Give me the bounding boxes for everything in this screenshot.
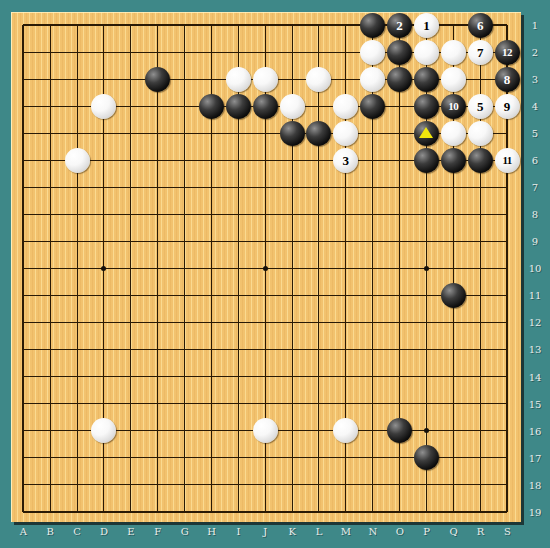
intersection-H1[interactable] bbox=[198, 12, 225, 39]
intersection-S17[interactable] bbox=[494, 444, 521, 471]
intersection-G17[interactable] bbox=[171, 444, 198, 471]
intersection-O3[interactable] bbox=[386, 66, 413, 93]
intersection-S3[interactable]: 8 bbox=[494, 66, 521, 93]
intersection-E14[interactable] bbox=[117, 363, 144, 390]
intersection-M9[interactable] bbox=[332, 228, 359, 255]
intersection-F18[interactable] bbox=[144, 471, 171, 498]
intersection-B18[interactable] bbox=[37, 471, 64, 498]
intersection-K12[interactable] bbox=[279, 309, 306, 336]
intersection-O9[interactable] bbox=[386, 228, 413, 255]
intersection-N8[interactable] bbox=[359, 201, 386, 228]
intersection-A17[interactable] bbox=[10, 444, 37, 471]
intersection-H10[interactable] bbox=[198, 255, 225, 282]
intersection-C14[interactable] bbox=[64, 363, 91, 390]
intersection-C8[interactable] bbox=[64, 201, 91, 228]
intersection-A11[interactable] bbox=[10, 282, 37, 309]
intersection-F1[interactable] bbox=[144, 12, 171, 39]
intersection-E13[interactable] bbox=[117, 336, 144, 363]
intersection-Q10[interactable] bbox=[440, 255, 467, 282]
intersection-J11[interactable] bbox=[252, 282, 279, 309]
intersection-R3[interactable] bbox=[467, 66, 494, 93]
intersection-J12[interactable] bbox=[252, 309, 279, 336]
intersection-E8[interactable] bbox=[117, 201, 144, 228]
intersection-Q3[interactable] bbox=[440, 66, 467, 93]
intersection-B1[interactable] bbox=[37, 12, 64, 39]
intersection-C19[interactable] bbox=[64, 498, 91, 525]
intersection-H13[interactable] bbox=[198, 336, 225, 363]
intersection-R17[interactable] bbox=[467, 444, 494, 471]
intersection-D12[interactable] bbox=[91, 309, 118, 336]
intersection-N14[interactable] bbox=[359, 363, 386, 390]
intersection-G19[interactable] bbox=[171, 498, 198, 525]
intersection-F14[interactable] bbox=[144, 363, 171, 390]
intersection-E10[interactable] bbox=[117, 255, 144, 282]
intersection-H6[interactable] bbox=[198, 147, 225, 174]
intersection-J18[interactable] bbox=[252, 471, 279, 498]
intersection-R16[interactable] bbox=[467, 417, 494, 444]
intersection-H8[interactable] bbox=[198, 201, 225, 228]
intersection-J17[interactable] bbox=[252, 444, 279, 471]
intersection-J7[interactable] bbox=[252, 174, 279, 201]
intersection-P3[interactable] bbox=[413, 66, 440, 93]
intersection-Q15[interactable] bbox=[440, 390, 467, 417]
intersection-D2[interactable] bbox=[91, 39, 118, 66]
intersection-M12[interactable] bbox=[332, 309, 359, 336]
intersection-P19[interactable] bbox=[413, 498, 440, 525]
intersection-K6[interactable] bbox=[279, 147, 306, 174]
intersection-L6[interactable] bbox=[306, 147, 333, 174]
intersection-F3[interactable] bbox=[144, 66, 171, 93]
intersection-B17[interactable] bbox=[37, 444, 64, 471]
intersection-A19[interactable] bbox=[10, 498, 37, 525]
intersection-H4[interactable] bbox=[198, 93, 225, 120]
intersection-K10[interactable] bbox=[279, 255, 306, 282]
intersection-A7[interactable] bbox=[10, 174, 37, 201]
intersection-A8[interactable] bbox=[10, 201, 37, 228]
intersection-Q2[interactable] bbox=[440, 39, 467, 66]
intersection-I3[interactable] bbox=[225, 66, 252, 93]
intersection-G13[interactable] bbox=[171, 336, 198, 363]
intersection-J4[interactable] bbox=[252, 93, 279, 120]
intersection-I2[interactable] bbox=[225, 39, 252, 66]
intersection-Q4[interactable]: 10 bbox=[440, 93, 467, 120]
intersection-L18[interactable] bbox=[306, 471, 333, 498]
intersection-D11[interactable] bbox=[91, 282, 118, 309]
intersection-M10[interactable] bbox=[332, 255, 359, 282]
intersection-E16[interactable] bbox=[117, 417, 144, 444]
intersection-M5[interactable] bbox=[332, 120, 359, 147]
intersection-C10[interactable] bbox=[64, 255, 91, 282]
intersection-M6[interactable]: 3 bbox=[332, 147, 359, 174]
intersection-Q16[interactable] bbox=[440, 417, 467, 444]
intersection-N10[interactable] bbox=[359, 255, 386, 282]
intersection-Q11[interactable] bbox=[440, 282, 467, 309]
intersection-M13[interactable] bbox=[332, 336, 359, 363]
intersection-E1[interactable] bbox=[117, 12, 144, 39]
intersection-G3[interactable] bbox=[171, 66, 198, 93]
intersection-N9[interactable] bbox=[359, 228, 386, 255]
intersection-C12[interactable] bbox=[64, 309, 91, 336]
intersection-O7[interactable] bbox=[386, 174, 413, 201]
intersection-J5[interactable] bbox=[252, 120, 279, 147]
intersection-B13[interactable] bbox=[37, 336, 64, 363]
intersection-I17[interactable] bbox=[225, 444, 252, 471]
intersection-L14[interactable] bbox=[306, 363, 333, 390]
intersection-Q9[interactable] bbox=[440, 228, 467, 255]
intersection-L1[interactable] bbox=[306, 12, 333, 39]
intersection-A14[interactable] bbox=[10, 363, 37, 390]
intersection-P17[interactable] bbox=[413, 444, 440, 471]
intersection-F12[interactable] bbox=[144, 309, 171, 336]
intersection-B15[interactable] bbox=[37, 390, 64, 417]
intersection-D16[interactable] bbox=[91, 417, 118, 444]
intersection-B12[interactable] bbox=[37, 309, 64, 336]
intersection-P8[interactable] bbox=[413, 201, 440, 228]
intersection-D1[interactable] bbox=[91, 12, 118, 39]
intersection-M1[interactable] bbox=[332, 12, 359, 39]
intersection-G9[interactable] bbox=[171, 228, 198, 255]
intersection-I7[interactable] bbox=[225, 174, 252, 201]
intersection-B6[interactable] bbox=[37, 147, 64, 174]
intersection-H15[interactable] bbox=[198, 390, 225, 417]
intersection-Q13[interactable] bbox=[440, 336, 467, 363]
intersection-S12[interactable] bbox=[494, 309, 521, 336]
intersection-Q14[interactable] bbox=[440, 363, 467, 390]
intersection-G7[interactable] bbox=[171, 174, 198, 201]
intersection-C16[interactable] bbox=[64, 417, 91, 444]
intersection-G4[interactable] bbox=[171, 93, 198, 120]
intersection-N5[interactable] bbox=[359, 120, 386, 147]
intersection-N15[interactable] bbox=[359, 390, 386, 417]
intersection-L12[interactable] bbox=[306, 309, 333, 336]
intersection-J9[interactable] bbox=[252, 228, 279, 255]
intersection-I12[interactable] bbox=[225, 309, 252, 336]
intersection-N1[interactable] bbox=[359, 12, 386, 39]
intersection-A2[interactable] bbox=[10, 39, 37, 66]
intersection-D17[interactable] bbox=[91, 444, 118, 471]
intersection-J14[interactable] bbox=[252, 363, 279, 390]
intersection-E2[interactable] bbox=[117, 39, 144, 66]
intersection-M11[interactable] bbox=[332, 282, 359, 309]
intersection-K18[interactable] bbox=[279, 471, 306, 498]
intersection-R4[interactable]: 5 bbox=[467, 93, 494, 120]
intersection-M16[interactable] bbox=[332, 417, 359, 444]
intersection-M2[interactable] bbox=[332, 39, 359, 66]
intersection-A6[interactable] bbox=[10, 147, 37, 174]
intersection-C5[interactable] bbox=[64, 120, 91, 147]
intersection-E7[interactable] bbox=[117, 174, 144, 201]
intersection-M4[interactable] bbox=[332, 93, 359, 120]
intersection-J3[interactable] bbox=[252, 66, 279, 93]
intersection-I18[interactable] bbox=[225, 471, 252, 498]
intersection-D19[interactable] bbox=[91, 498, 118, 525]
intersection-B14[interactable] bbox=[37, 363, 64, 390]
intersection-Q7[interactable] bbox=[440, 174, 467, 201]
intersection-S15[interactable] bbox=[494, 390, 521, 417]
intersection-E4[interactable] bbox=[117, 93, 144, 120]
intersection-N13[interactable] bbox=[359, 336, 386, 363]
intersection-A3[interactable] bbox=[10, 66, 37, 93]
intersection-G14[interactable] bbox=[171, 363, 198, 390]
intersection-E5[interactable] bbox=[117, 120, 144, 147]
intersection-O13[interactable] bbox=[386, 336, 413, 363]
intersection-P10[interactable] bbox=[413, 255, 440, 282]
intersection-I9[interactable] bbox=[225, 228, 252, 255]
intersection-A12[interactable] bbox=[10, 309, 37, 336]
intersection-K3[interactable] bbox=[279, 66, 306, 93]
intersection-E18[interactable] bbox=[117, 471, 144, 498]
intersection-B3[interactable] bbox=[37, 66, 64, 93]
intersection-E6[interactable] bbox=[117, 147, 144, 174]
intersection-P4[interactable] bbox=[413, 93, 440, 120]
intersection-M15[interactable] bbox=[332, 390, 359, 417]
intersection-R13[interactable] bbox=[467, 336, 494, 363]
intersection-N16[interactable] bbox=[359, 417, 386, 444]
intersection-N2[interactable] bbox=[359, 39, 386, 66]
intersection-K7[interactable] bbox=[279, 174, 306, 201]
intersection-G10[interactable] bbox=[171, 255, 198, 282]
intersection-P15[interactable] bbox=[413, 390, 440, 417]
intersection-I10[interactable] bbox=[225, 255, 252, 282]
intersection-L11[interactable] bbox=[306, 282, 333, 309]
intersection-J1[interactable] bbox=[252, 12, 279, 39]
intersection-H19[interactable] bbox=[198, 498, 225, 525]
intersection-D9[interactable] bbox=[91, 228, 118, 255]
intersection-G18[interactable] bbox=[171, 471, 198, 498]
intersection-O5[interactable] bbox=[386, 120, 413, 147]
intersection-J19[interactable] bbox=[252, 498, 279, 525]
intersection-K14[interactable] bbox=[279, 363, 306, 390]
intersection-H5[interactable] bbox=[198, 120, 225, 147]
intersection-J8[interactable] bbox=[252, 201, 279, 228]
intersection-A10[interactable] bbox=[10, 255, 37, 282]
intersection-G2[interactable] bbox=[171, 39, 198, 66]
intersection-O17[interactable] bbox=[386, 444, 413, 471]
intersection-R12[interactable] bbox=[467, 309, 494, 336]
intersection-O12[interactable] bbox=[386, 309, 413, 336]
intersection-O14[interactable] bbox=[386, 363, 413, 390]
intersection-L3[interactable] bbox=[306, 66, 333, 93]
intersection-P18[interactable] bbox=[413, 471, 440, 498]
intersection-H14[interactable] bbox=[198, 363, 225, 390]
intersection-I1[interactable] bbox=[225, 12, 252, 39]
intersection-I6[interactable] bbox=[225, 147, 252, 174]
intersection-F11[interactable] bbox=[144, 282, 171, 309]
intersection-E9[interactable] bbox=[117, 228, 144, 255]
intersection-A18[interactable] bbox=[10, 471, 37, 498]
intersection-S10[interactable] bbox=[494, 255, 521, 282]
intersection-H3[interactable] bbox=[198, 66, 225, 93]
intersection-I15[interactable] bbox=[225, 390, 252, 417]
intersection-S14[interactable] bbox=[494, 363, 521, 390]
intersection-S6[interactable]: 11 bbox=[494, 147, 521, 174]
intersection-Q5[interactable] bbox=[440, 120, 467, 147]
intersection-H2[interactable] bbox=[198, 39, 225, 66]
intersection-L5[interactable] bbox=[306, 120, 333, 147]
intersection-K1[interactable] bbox=[279, 12, 306, 39]
intersection-C2[interactable] bbox=[64, 39, 91, 66]
intersection-C15[interactable] bbox=[64, 390, 91, 417]
intersection-D6[interactable] bbox=[91, 147, 118, 174]
intersection-M7[interactable] bbox=[332, 174, 359, 201]
intersection-F16[interactable] bbox=[144, 417, 171, 444]
intersection-C6[interactable] bbox=[64, 147, 91, 174]
intersection-B16[interactable] bbox=[37, 417, 64, 444]
intersection-J15[interactable] bbox=[252, 390, 279, 417]
intersection-K5[interactable] bbox=[279, 120, 306, 147]
intersection-K4[interactable] bbox=[279, 93, 306, 120]
intersection-B19[interactable] bbox=[37, 498, 64, 525]
intersection-K19[interactable] bbox=[279, 498, 306, 525]
intersection-Q18[interactable] bbox=[440, 471, 467, 498]
intersection-K16[interactable] bbox=[279, 417, 306, 444]
intersection-N3[interactable] bbox=[359, 66, 386, 93]
intersection-O15[interactable] bbox=[386, 390, 413, 417]
intersection-A5[interactable] bbox=[10, 120, 37, 147]
intersection-B11[interactable] bbox=[37, 282, 64, 309]
intersection-F8[interactable] bbox=[144, 201, 171, 228]
intersection-O1[interactable]: 2 bbox=[386, 12, 413, 39]
intersection-G11[interactable] bbox=[171, 282, 198, 309]
intersection-R7[interactable] bbox=[467, 174, 494, 201]
intersection-A15[interactable] bbox=[10, 390, 37, 417]
intersection-P5[interactable] bbox=[413, 120, 440, 147]
intersection-P9[interactable] bbox=[413, 228, 440, 255]
intersection-N19[interactable] bbox=[359, 498, 386, 525]
intersection-G16[interactable] bbox=[171, 417, 198, 444]
intersection-D13[interactable] bbox=[91, 336, 118, 363]
intersection-R5[interactable] bbox=[467, 120, 494, 147]
intersection-N11[interactable] bbox=[359, 282, 386, 309]
intersection-C18[interactable] bbox=[64, 471, 91, 498]
intersection-C9[interactable] bbox=[64, 228, 91, 255]
intersection-G5[interactable] bbox=[171, 120, 198, 147]
intersection-D5[interactable] bbox=[91, 120, 118, 147]
intersection-D10[interactable] bbox=[91, 255, 118, 282]
intersection-L19[interactable] bbox=[306, 498, 333, 525]
intersection-G6[interactable] bbox=[171, 147, 198, 174]
intersection-P14[interactable] bbox=[413, 363, 440, 390]
intersection-L10[interactable] bbox=[306, 255, 333, 282]
intersection-M3[interactable] bbox=[332, 66, 359, 93]
intersection-D14[interactable] bbox=[91, 363, 118, 390]
intersection-F6[interactable] bbox=[144, 147, 171, 174]
intersection-F19[interactable] bbox=[144, 498, 171, 525]
intersection-A4[interactable] bbox=[10, 93, 37, 120]
intersection-F9[interactable] bbox=[144, 228, 171, 255]
intersection-L15[interactable] bbox=[306, 390, 333, 417]
intersection-K2[interactable] bbox=[279, 39, 306, 66]
intersection-B5[interactable] bbox=[37, 120, 64, 147]
intersection-M19[interactable] bbox=[332, 498, 359, 525]
intersection-O11[interactable] bbox=[386, 282, 413, 309]
intersection-R11[interactable] bbox=[467, 282, 494, 309]
intersection-G1[interactable] bbox=[171, 12, 198, 39]
intersection-S1[interactable] bbox=[494, 12, 521, 39]
intersection-F5[interactable] bbox=[144, 120, 171, 147]
intersection-P13[interactable] bbox=[413, 336, 440, 363]
intersection-I4[interactable] bbox=[225, 93, 252, 120]
intersection-N17[interactable] bbox=[359, 444, 386, 471]
intersection-P1[interactable]: 1 bbox=[413, 12, 440, 39]
intersection-E12[interactable] bbox=[117, 309, 144, 336]
intersection-S5[interactable] bbox=[494, 120, 521, 147]
intersection-C7[interactable] bbox=[64, 174, 91, 201]
intersection-N18[interactable] bbox=[359, 471, 386, 498]
intersection-P2[interactable] bbox=[413, 39, 440, 66]
intersection-E17[interactable] bbox=[117, 444, 144, 471]
intersection-N12[interactable] bbox=[359, 309, 386, 336]
intersection-L2[interactable] bbox=[306, 39, 333, 66]
intersection-C4[interactable] bbox=[64, 93, 91, 120]
intersection-D15[interactable] bbox=[91, 390, 118, 417]
intersection-C1[interactable] bbox=[64, 12, 91, 39]
intersection-K9[interactable] bbox=[279, 228, 306, 255]
intersection-I5[interactable] bbox=[225, 120, 252, 147]
intersection-M18[interactable] bbox=[332, 471, 359, 498]
intersection-O2[interactable] bbox=[386, 39, 413, 66]
intersection-L13[interactable] bbox=[306, 336, 333, 363]
intersection-G15[interactable] bbox=[171, 390, 198, 417]
intersection-D8[interactable] bbox=[91, 201, 118, 228]
intersection-Q19[interactable] bbox=[440, 498, 467, 525]
intersection-Q12[interactable] bbox=[440, 309, 467, 336]
intersection-Q17[interactable] bbox=[440, 444, 467, 471]
intersection-S16[interactable] bbox=[494, 417, 521, 444]
intersection-L4[interactable] bbox=[306, 93, 333, 120]
intersection-A1[interactable] bbox=[10, 12, 37, 39]
intersection-K11[interactable] bbox=[279, 282, 306, 309]
intersection-O10[interactable] bbox=[386, 255, 413, 282]
intersection-M8[interactable] bbox=[332, 201, 359, 228]
intersection-G12[interactable] bbox=[171, 309, 198, 336]
intersection-R2[interactable]: 7 bbox=[467, 39, 494, 66]
intersection-R15[interactable] bbox=[467, 390, 494, 417]
intersection-R14[interactable] bbox=[467, 363, 494, 390]
intersection-F13[interactable] bbox=[144, 336, 171, 363]
intersection-M14[interactable] bbox=[332, 363, 359, 390]
intersection-H12[interactable] bbox=[198, 309, 225, 336]
intersection-Q8[interactable] bbox=[440, 201, 467, 228]
intersection-S19[interactable] bbox=[494, 498, 521, 525]
intersection-E19[interactable] bbox=[117, 498, 144, 525]
intersection-C11[interactable] bbox=[64, 282, 91, 309]
intersection-E3[interactable] bbox=[117, 66, 144, 93]
intersection-L9[interactable] bbox=[306, 228, 333, 255]
intersection-Q6[interactable] bbox=[440, 147, 467, 174]
intersection-I14[interactable] bbox=[225, 363, 252, 390]
intersection-H18[interactable] bbox=[198, 471, 225, 498]
intersection-S13[interactable] bbox=[494, 336, 521, 363]
intersection-E15[interactable] bbox=[117, 390, 144, 417]
intersection-R18[interactable] bbox=[467, 471, 494, 498]
intersection-D3[interactable] bbox=[91, 66, 118, 93]
intersection-I19[interactable] bbox=[225, 498, 252, 525]
intersection-J6[interactable] bbox=[252, 147, 279, 174]
intersection-A9[interactable] bbox=[10, 228, 37, 255]
intersection-I8[interactable] bbox=[225, 201, 252, 228]
intersection-L7[interactable] bbox=[306, 174, 333, 201]
intersection-B2[interactable] bbox=[37, 39, 64, 66]
intersection-R1[interactable]: 6 bbox=[467, 12, 494, 39]
intersection-B7[interactable] bbox=[37, 174, 64, 201]
intersection-E11[interactable] bbox=[117, 282, 144, 309]
intersection-R9[interactable] bbox=[467, 228, 494, 255]
intersection-P11[interactable] bbox=[413, 282, 440, 309]
intersection-H17[interactable] bbox=[198, 444, 225, 471]
intersection-P16[interactable] bbox=[413, 417, 440, 444]
intersection-F4[interactable] bbox=[144, 93, 171, 120]
